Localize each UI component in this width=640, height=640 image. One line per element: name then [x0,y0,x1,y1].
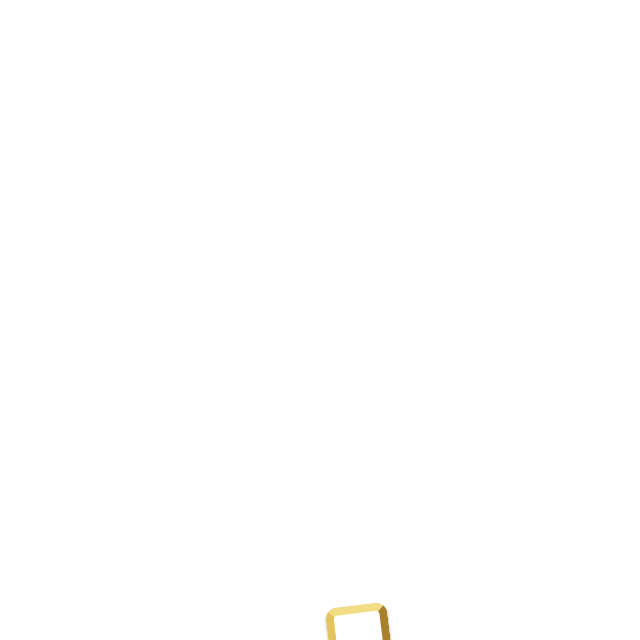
chess-board [0,0,640,640]
chess-set-product-photo [0,0,640,640]
brass-latch [324,601,393,640]
